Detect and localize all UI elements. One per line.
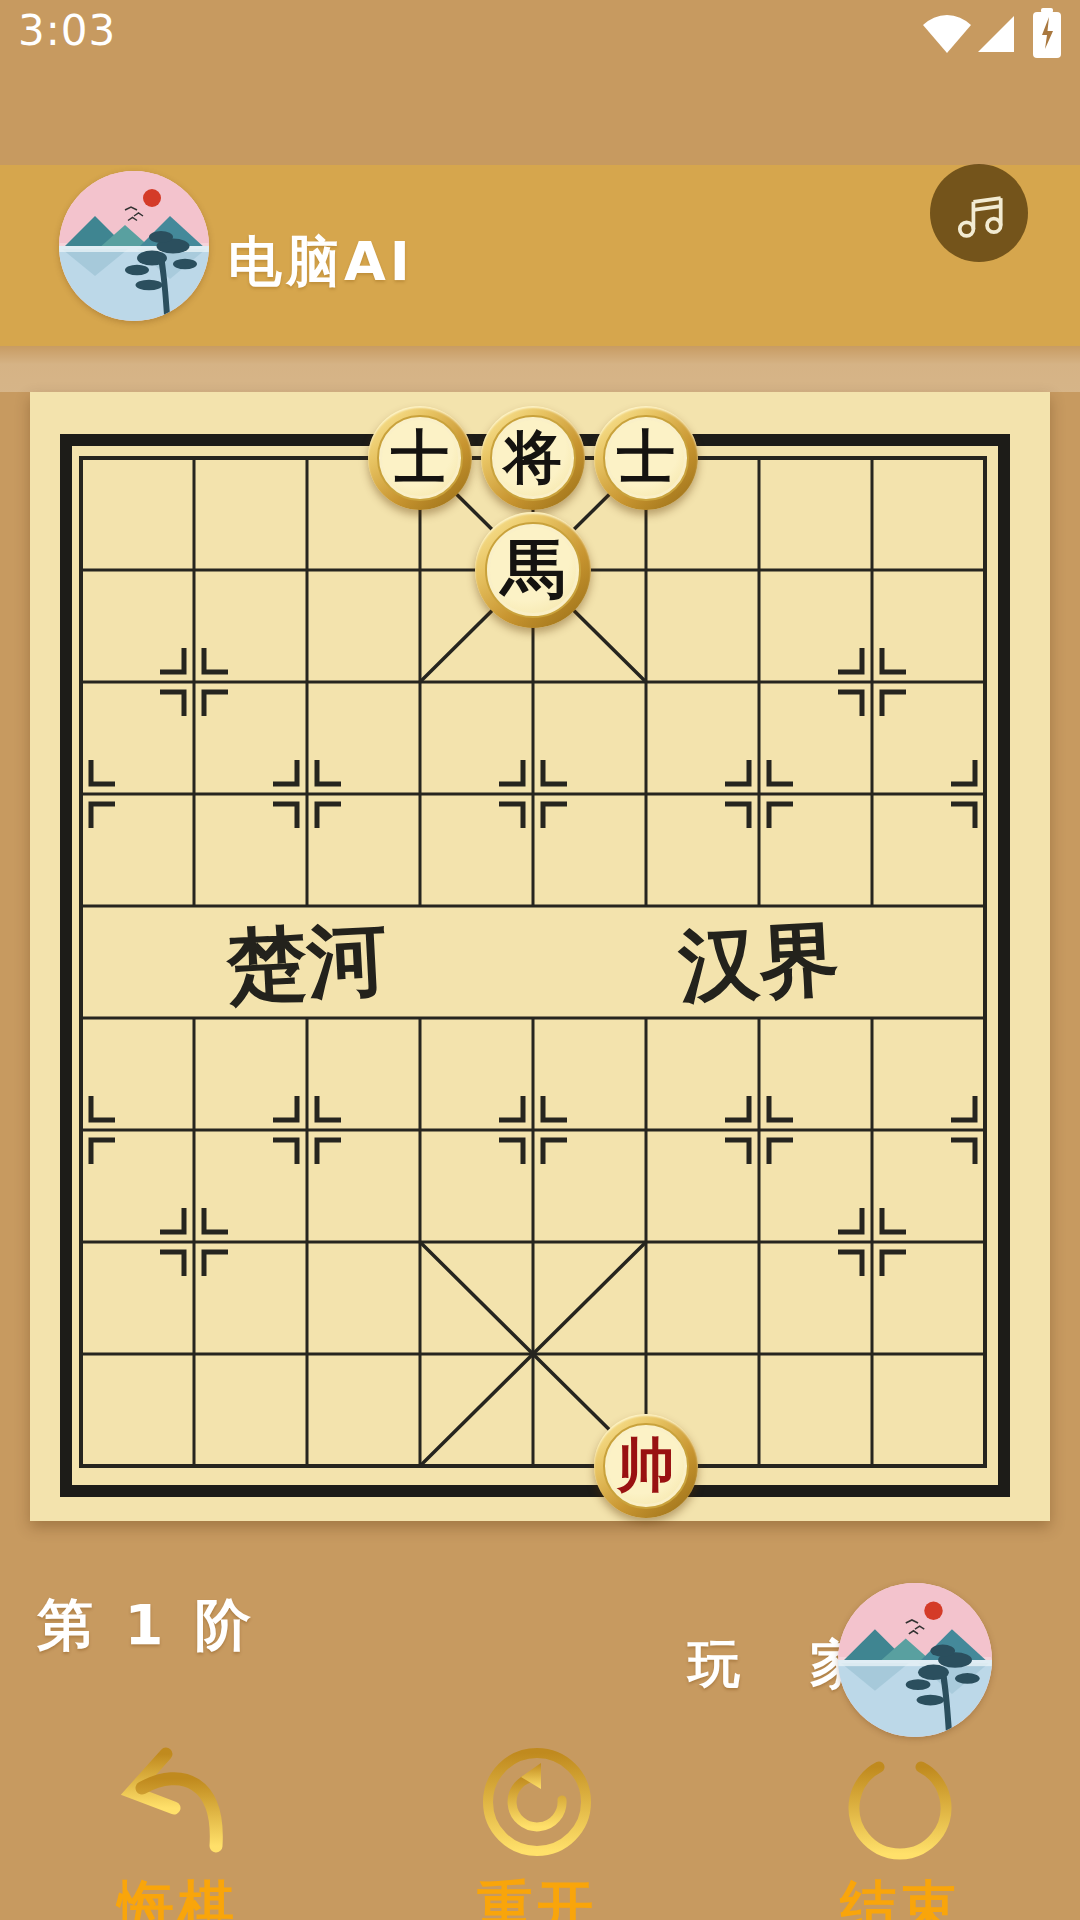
- xiangqi-board[interactable]: 楚河 汉界 士将士馬帅: [30, 392, 1050, 1521]
- restart-button[interactable]: 重开: [442, 1742, 632, 1920]
- piece-glyph: 将: [504, 419, 562, 497]
- power-icon: [840, 1742, 960, 1862]
- wifi-icon: [922, 12, 972, 54]
- end-label: 结束: [805, 1870, 995, 1920]
- restart-label: 重开: [442, 1870, 632, 1920]
- river-label-right: 汉界: [676, 911, 842, 1013]
- opponent-avatar[interactable]: [59, 171, 209, 321]
- piece-glyph: 帅: [617, 1427, 675, 1505]
- clock-time: 3:03: [18, 6, 116, 55]
- xiangqi-game-screen: { "status_bar": { "time": "3:03", "icons…: [0, 0, 1080, 1920]
- music-note-icon: [948, 182, 1010, 244]
- restart-circle-icon: [477, 1742, 597, 1862]
- piece-士[interactable]: 士: [368, 406, 472, 510]
- player-avatar[interactable]: [838, 1583, 992, 1737]
- cellular-signal-icon: [978, 14, 1016, 52]
- battery-charging-icon: [1032, 8, 1062, 58]
- status-bar: 3:03: [0, 0, 1080, 60]
- piece-馬[interactable]: 馬: [475, 512, 591, 628]
- piece-glyph: 士: [391, 419, 449, 497]
- undo-arrow-icon: [116, 1742, 240, 1860]
- header-haze: [0, 346, 1080, 392]
- opponent-name: 电脑AI: [228, 226, 414, 299]
- end-game-button[interactable]: 结束: [805, 1742, 995, 1920]
- piece-士[interactable]: 士: [594, 406, 698, 510]
- piece-帅[interactable]: 帅: [594, 1414, 698, 1518]
- piece-将[interactable]: 将: [481, 406, 585, 510]
- undo-label: 悔棋: [83, 1870, 273, 1920]
- undo-button[interactable]: 悔棋: [83, 1742, 273, 1920]
- piece-glyph: 士: [617, 419, 675, 497]
- river-label-left: 楚河: [224, 911, 390, 1013]
- piece-glyph: 馬: [501, 526, 565, 613]
- music-toggle-button[interactable]: [930, 164, 1028, 262]
- stage-indicator: 第 1 阶: [37, 1588, 257, 1664]
